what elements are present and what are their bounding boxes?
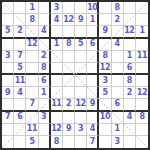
cell-r2c11[interactable] bbox=[124, 14, 136, 26]
cell-r3c3[interactable] bbox=[26, 26, 38, 38]
cell-r12c11[interactable] bbox=[124, 136, 136, 148]
cell-r3c12: 1 bbox=[136, 26, 148, 38]
cell-r5c8[interactable] bbox=[87, 51, 99, 63]
cell-r8c5[interactable] bbox=[51, 87, 63, 99]
cell-r10c3[interactable] bbox=[26, 112, 38, 124]
cell-r4c8: 6 bbox=[87, 39, 99, 51]
cell-r5c11: 1 bbox=[124, 51, 136, 63]
cell-r12c10: 3 bbox=[112, 136, 124, 148]
cell-r1c8: 10 bbox=[87, 2, 99, 14]
cell-r6c12[interactable] bbox=[136, 63, 148, 75]
cell-r7c2: 11 bbox=[14, 75, 26, 87]
cell-r1c7[interactable] bbox=[75, 2, 87, 14]
cell-r9c9[interactable] bbox=[99, 99, 111, 111]
cell-r7c12[interactable] bbox=[136, 75, 148, 87]
cell-r12c9[interactable] bbox=[99, 136, 111, 148]
cell-r3c11: 12 bbox=[124, 26, 136, 38]
cell-grid: 1310884129125249121121856437281115812611… bbox=[2, 2, 148, 148]
cell-r8c9: 5 bbox=[99, 87, 111, 99]
cell-r3c1: 5 bbox=[2, 26, 14, 38]
cell-r3c5[interactable] bbox=[51, 26, 63, 38]
cell-r10c10[interactable] bbox=[112, 112, 124, 124]
cell-r6c5[interactable] bbox=[51, 63, 63, 75]
cell-r12c2[interactable] bbox=[14, 136, 26, 148]
cell-r6c3[interactable] bbox=[26, 63, 38, 75]
cell-r9c5: 11 bbox=[51, 99, 63, 111]
cell-r7c7[interactable] bbox=[75, 75, 87, 87]
cell-r1c2[interactable] bbox=[14, 2, 26, 14]
cell-r4c1[interactable] bbox=[2, 39, 14, 51]
cell-r10c2: 6 bbox=[14, 112, 26, 124]
cell-r9c7: 12 bbox=[75, 99, 87, 111]
cell-r6c7[interactable] bbox=[75, 63, 87, 75]
cell-r3c10[interactable] bbox=[112, 26, 124, 38]
cell-r8c3[interactable] bbox=[26, 87, 38, 99]
cell-r4c12[interactable] bbox=[136, 39, 148, 51]
cell-r12c7[interactable] bbox=[75, 136, 87, 148]
cell-r10c9: 10 bbox=[99, 112, 111, 124]
cell-r10c8[interactable] bbox=[87, 112, 99, 124]
cell-r9c11[interactable] bbox=[124, 99, 136, 111]
cell-r10c7[interactable] bbox=[75, 112, 87, 124]
cell-r3c4: 4 bbox=[39, 26, 51, 38]
cell-r10c5[interactable] bbox=[51, 112, 63, 124]
cell-r7c3[interactable] bbox=[26, 75, 38, 87]
cell-r4c9[interactable] bbox=[99, 39, 111, 51]
sudoku-board: 1310884129125249121121856437281115812611… bbox=[0, 0, 150, 150]
cell-r9c8: 9 bbox=[87, 99, 99, 111]
cell-r10c12: 8 bbox=[136, 112, 148, 124]
cell-r4c6: 8 bbox=[63, 39, 75, 51]
cell-r5c4: 2 bbox=[39, 51, 51, 63]
cell-r5c3[interactable] bbox=[26, 51, 38, 63]
cell-r11c12[interactable] bbox=[136, 124, 148, 136]
cell-r9c10: 6 bbox=[112, 99, 124, 111]
cell-r6c11: 6 bbox=[124, 63, 136, 75]
cell-r11c7: 3 bbox=[75, 124, 87, 136]
cell-r6c6[interactable] bbox=[63, 63, 75, 75]
cell-r4c2[interactable] bbox=[14, 39, 26, 51]
cell-r6c9: 12 bbox=[99, 63, 111, 75]
cell-r11c5: 12 bbox=[51, 124, 63, 136]
cell-r4c3: 12 bbox=[26, 39, 38, 51]
cell-r10c6[interactable] bbox=[63, 112, 75, 124]
cell-r7c1[interactable] bbox=[2, 75, 14, 87]
cell-r6c10[interactable] bbox=[112, 63, 124, 75]
cell-r2c2[interactable] bbox=[14, 14, 26, 26]
cell-r8c8[interactable] bbox=[87, 87, 99, 99]
cell-r2c6: 12 bbox=[63, 14, 75, 26]
cell-r11c2[interactable] bbox=[14, 124, 26, 136]
cell-r3c6[interactable] bbox=[63, 26, 75, 38]
cell-r10c4: 3 bbox=[39, 112, 51, 124]
cell-r9c12[interactable] bbox=[136, 99, 148, 111]
cell-r7c8[interactable] bbox=[87, 75, 99, 87]
cell-r6c2: 5 bbox=[14, 63, 26, 75]
cell-r9c6: 2 bbox=[63, 99, 75, 111]
cell-r12c5: 8 bbox=[51, 136, 63, 148]
cell-r2c1[interactable] bbox=[2, 14, 14, 26]
cell-r8c12: 12 bbox=[136, 87, 148, 99]
cell-r12c12[interactable] bbox=[136, 136, 148, 148]
cell-r2c9[interactable] bbox=[99, 14, 111, 26]
cell-r8c1: 9 bbox=[2, 87, 14, 99]
cell-r1c10: 8 bbox=[112, 2, 124, 14]
cell-r2c12[interactable] bbox=[136, 14, 148, 26]
cell-r11c11[interactable] bbox=[124, 124, 136, 136]
cell-r5c10[interactable] bbox=[112, 51, 124, 63]
cell-r11c10: 1 bbox=[112, 124, 124, 136]
cell-r4c4[interactable] bbox=[39, 39, 51, 51]
cell-r5c5[interactable] bbox=[51, 51, 63, 63]
cell-r7c4: 6 bbox=[39, 75, 51, 87]
cell-r9c1[interactable] bbox=[2, 99, 14, 111]
cell-r1c12[interactable] bbox=[136, 2, 148, 14]
cell-r7c11: 8 bbox=[124, 75, 136, 87]
cell-r10c1: 7 bbox=[2, 112, 14, 124]
cell-r3c9: 9 bbox=[99, 26, 111, 38]
cell-r11c3: 11 bbox=[26, 124, 38, 136]
cell-r12c3: 5 bbox=[26, 136, 38, 148]
cell-r2c3: 8 bbox=[26, 14, 38, 26]
cell-r1c9[interactable] bbox=[99, 2, 111, 14]
cell-r5c7[interactable] bbox=[75, 51, 87, 63]
cell-r4c5: 1 bbox=[51, 39, 63, 51]
cell-r1c11[interactable] bbox=[124, 2, 136, 14]
cell-r9c2[interactable] bbox=[14, 99, 26, 111]
cell-r7c9: 3 bbox=[99, 75, 111, 87]
cell-r7c6[interactable] bbox=[63, 75, 75, 87]
cell-r7c10[interactable] bbox=[112, 75, 124, 87]
cell-r5c1: 3 bbox=[2, 51, 14, 63]
cell-r11c4[interactable] bbox=[39, 124, 51, 136]
cell-r7c5[interactable] bbox=[51, 75, 63, 87]
cell-r6c8[interactable] bbox=[87, 63, 99, 75]
cell-r6c1[interactable] bbox=[2, 63, 14, 75]
cell-r4c11[interactable] bbox=[124, 39, 136, 51]
cell-r9c3: 7 bbox=[26, 99, 38, 111]
cell-r12c8: 7 bbox=[87, 136, 99, 148]
cell-r4c10: 4 bbox=[112, 39, 124, 51]
cell-r1c4[interactable] bbox=[39, 2, 51, 14]
cell-r5c9: 8 bbox=[99, 51, 111, 63]
cell-r2c7: 9 bbox=[75, 14, 87, 26]
cell-r4c7: 5 bbox=[75, 39, 87, 51]
cell-r9c4[interactable] bbox=[39, 99, 51, 111]
cell-r2c10: 2 bbox=[112, 14, 124, 26]
cell-r8c10[interactable] bbox=[112, 87, 124, 99]
cell-r3c2: 2 bbox=[14, 26, 26, 38]
cell-r1c6[interactable] bbox=[63, 2, 75, 14]
cell-r2c8: 1 bbox=[87, 14, 99, 26]
cell-r12c4[interactable] bbox=[39, 136, 51, 148]
cell-r5c2: 7 bbox=[14, 51, 26, 63]
cell-r2c4[interactable] bbox=[39, 14, 51, 26]
cell-r1c1[interactable] bbox=[2, 2, 14, 14]
cell-r3c7[interactable] bbox=[75, 26, 87, 38]
cell-r12c1[interactable] bbox=[2, 136, 14, 148]
cell-r8c6[interactable] bbox=[63, 87, 75, 99]
cell-r11c1[interactable] bbox=[2, 124, 14, 136]
cell-r1c3: 1 bbox=[26, 2, 38, 14]
cell-r2c5: 4 bbox=[51, 14, 63, 26]
cell-r1c5: 3 bbox=[51, 2, 63, 14]
cell-r10c11: 4 bbox=[124, 112, 136, 124]
cell-r5c6[interactable] bbox=[63, 51, 75, 63]
cell-r3c8[interactable] bbox=[87, 26, 99, 38]
cell-r11c9[interactable] bbox=[99, 124, 111, 136]
cell-r12c6[interactable] bbox=[63, 136, 75, 148]
cell-r8c2: 4 bbox=[14, 87, 26, 99]
cell-r11c8: 4 bbox=[87, 124, 99, 136]
cell-r8c4: 1 bbox=[39, 87, 51, 99]
cell-r8c7[interactable] bbox=[75, 87, 87, 99]
cell-r5c12: 11 bbox=[136, 51, 148, 63]
cell-r6c4: 8 bbox=[39, 63, 51, 75]
cell-r11c6: 9 bbox=[63, 124, 75, 136]
cell-r8c11: 2 bbox=[124, 87, 136, 99]
